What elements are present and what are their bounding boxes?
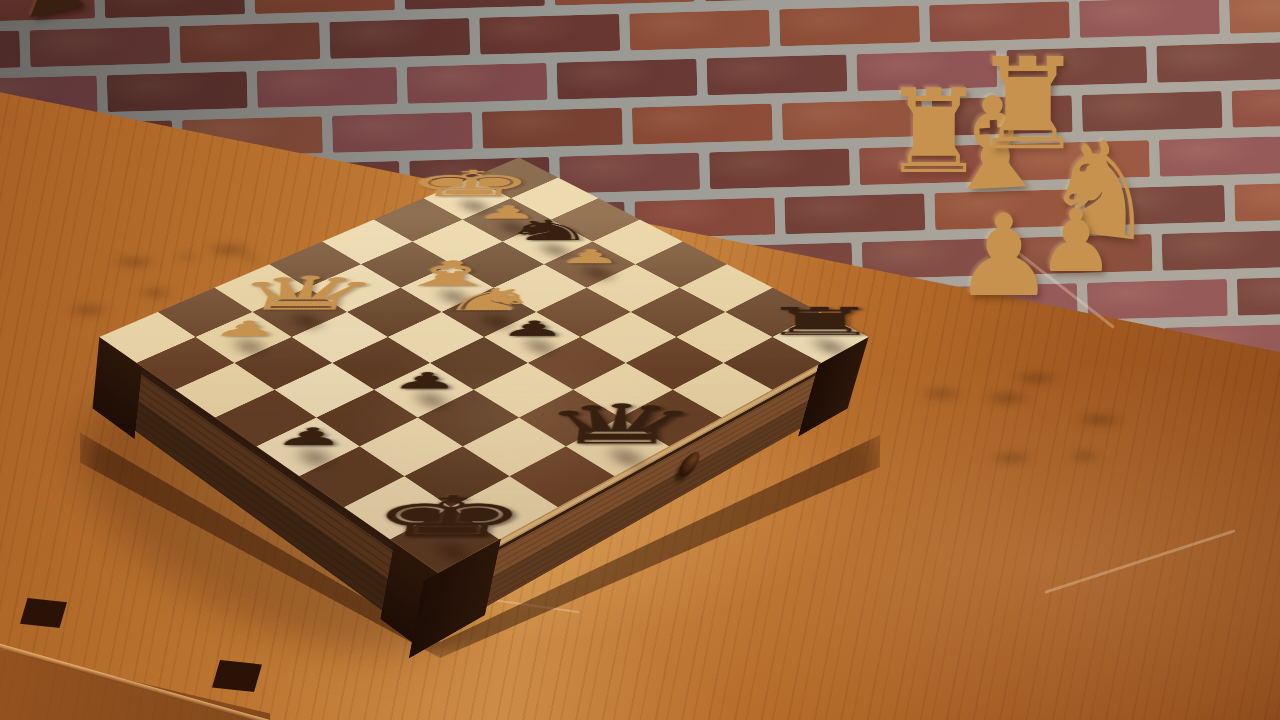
board-square[interactable] [374, 363, 474, 418]
board-square[interactable] [275, 363, 375, 418]
board-square[interactable] [234, 337, 332, 390]
photo-chess-scene: { "game": "chess", "description": "Handm… [0, 0, 1280, 720]
board-square[interactable] [332, 337, 430, 390]
board-square[interactable] [430, 337, 528, 390]
board-square[interactable] [316, 390, 417, 447]
board-square[interactable] [474, 363, 574, 418]
board-square[interactable] [360, 418, 463, 477]
board-square[interactable] [573, 363, 673, 418]
bench-dog-hole [20, 598, 67, 628]
captured-piece-bP[interactable]: ♟ [221, 0, 266, 279]
board-square[interactable] [404, 446, 509, 507]
board-square[interactable] [528, 337, 626, 390]
board-square[interactable] [418, 390, 519, 447]
drawer-knob[interactable] [676, 448, 702, 482]
board-square[interactable] [626, 337, 724, 390]
bench-dog-hole [212, 660, 262, 692]
captured-piece-wP[interactable]: ♟ [1037, 198, 1115, 469]
board-square[interactable] [463, 418, 566, 477]
